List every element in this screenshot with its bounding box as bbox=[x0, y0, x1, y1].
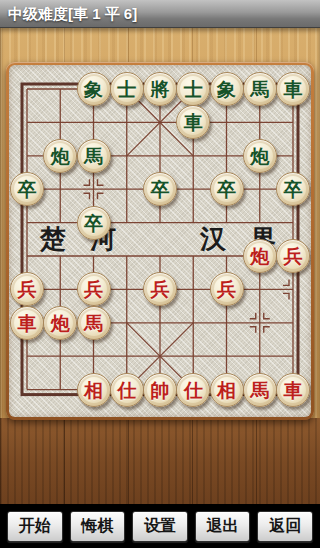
piece-glyph: 卒 bbox=[11, 173, 43, 205]
piece-black-elephant[interactable]: 象 bbox=[210, 72, 244, 106]
piece-black-horse[interactable]: 馬 bbox=[77, 139, 111, 173]
piece-glyph: 炮 bbox=[44, 307, 76, 339]
piece-black-advisor[interactable]: 士 bbox=[110, 72, 144, 106]
difficulty-and-last-move-text: 中级难度[車 1 平 6] bbox=[8, 5, 137, 22]
piece-glyph: 馬 bbox=[78, 140, 110, 172]
piece-glyph: 炮 bbox=[44, 140, 76, 172]
piece-glyph: 兵 bbox=[144, 273, 176, 305]
xiangqi-board: 楚 河 汉 界 象士將士象馬車車炮馬炮卒卒卒卒卒炮兵兵兵兵兵車炮馬相仕帥仕相馬車 bbox=[6, 62, 314, 420]
wood-lower-band bbox=[0, 418, 320, 504]
piece-black-pawn[interactable]: 卒 bbox=[143, 172, 177, 206]
piece-glyph: 卒 bbox=[144, 173, 176, 205]
piece-black-horse[interactable]: 馬 bbox=[243, 72, 277, 106]
app-screen: 中级难度[車 1 平 6] 楚 河 汉 界 象士將士象馬車車炮馬炮卒卒卒卒卒炮兵… bbox=[0, 0, 320, 548]
piece-red-chariot[interactable]: 車 bbox=[276, 373, 310, 407]
undo-button[interactable]: 悔棋 bbox=[70, 511, 126, 542]
piece-black-chariot[interactable]: 車 bbox=[176, 105, 210, 139]
start-button[interactable]: 开始 bbox=[7, 511, 63, 542]
piece-black-cannon[interactable]: 炮 bbox=[43, 139, 77, 173]
piece-glyph: 卒 bbox=[78, 207, 110, 239]
piece-glyph: 兵 bbox=[277, 240, 309, 272]
piece-glyph: 士 bbox=[111, 73, 143, 105]
piece-red-pawn[interactable]: 兵 bbox=[276, 239, 310, 273]
piece-red-elephant[interactable]: 相 bbox=[210, 373, 244, 407]
piece-glyph: 將 bbox=[144, 73, 176, 105]
button-bar: 开始 悔棋 设置 退出 返回 bbox=[0, 504, 320, 548]
piece-glyph: 象 bbox=[78, 73, 110, 105]
piece-glyph: 馬 bbox=[244, 73, 276, 105]
piece-glyph: 卒 bbox=[211, 173, 243, 205]
piece-red-pawn[interactable]: 兵 bbox=[77, 272, 111, 306]
piece-glyph: 相 bbox=[211, 374, 243, 406]
piece-black-chariot[interactable]: 車 bbox=[276, 72, 310, 106]
river-label-han: 汉 bbox=[197, 224, 229, 254]
board-paper: 楚 河 汉 界 象士將士象馬車車炮馬炮卒卒卒卒卒炮兵兵兵兵兵車炮馬相仕帥仕相馬車 bbox=[9, 65, 311, 417]
piece-glyph: 馬 bbox=[244, 374, 276, 406]
piece-black-elephant[interactable]: 象 bbox=[77, 72, 111, 106]
piece-black-pawn[interactable]: 卒 bbox=[77, 206, 111, 240]
piece-glyph: 兵 bbox=[78, 273, 110, 305]
piece-glyph: 炮 bbox=[244, 140, 276, 172]
piece-glyph: 車 bbox=[277, 73, 309, 105]
piece-black-pawn[interactable]: 卒 bbox=[210, 172, 244, 206]
piece-glyph: 炮 bbox=[244, 240, 276, 272]
piece-glyph: 車 bbox=[177, 106, 209, 138]
piece-red-cannon[interactable]: 炮 bbox=[43, 306, 77, 340]
piece-black-pawn[interactable]: 卒 bbox=[276, 172, 310, 206]
piece-glyph: 車 bbox=[11, 307, 43, 339]
piece-glyph: 車 bbox=[277, 374, 309, 406]
piece-red-advisor[interactable]: 仕 bbox=[110, 373, 144, 407]
piece-glyph: 仕 bbox=[177, 374, 209, 406]
piece-black-advisor[interactable]: 士 bbox=[176, 72, 210, 106]
settings-button[interactable]: 设置 bbox=[132, 511, 188, 542]
piece-glyph: 兵 bbox=[11, 273, 43, 305]
piece-red-advisor[interactable]: 仕 bbox=[176, 373, 210, 407]
piece-red-pawn[interactable]: 兵 bbox=[210, 272, 244, 306]
exit-button[interactable]: 退出 bbox=[195, 511, 251, 542]
piece-glyph: 帥 bbox=[144, 374, 176, 406]
piece-red-horse[interactable]: 馬 bbox=[77, 306, 111, 340]
piece-glyph: 士 bbox=[177, 73, 209, 105]
piece-black-cannon[interactable]: 炮 bbox=[243, 139, 277, 173]
piece-glyph: 兵 bbox=[211, 273, 243, 305]
piece-glyph: 仕 bbox=[111, 374, 143, 406]
piece-red-chariot[interactable]: 車 bbox=[10, 306, 44, 340]
titlebar: 中级难度[車 1 平 6] bbox=[0, 0, 320, 28]
piece-glyph: 馬 bbox=[78, 307, 110, 339]
piece-red-horse[interactable]: 馬 bbox=[243, 373, 277, 407]
piece-glyph: 卒 bbox=[277, 173, 309, 205]
piece-black-pawn[interactable]: 卒 bbox=[10, 172, 44, 206]
piece-red-elephant[interactable]: 相 bbox=[77, 373, 111, 407]
piece-red-general[interactable]: 帥 bbox=[143, 373, 177, 407]
piece-black-general[interactable]: 將 bbox=[143, 72, 177, 106]
river-label-chu: 楚 bbox=[37, 224, 69, 254]
piece-red-pawn[interactable]: 兵 bbox=[143, 272, 177, 306]
back-button[interactable]: 返回 bbox=[257, 511, 313, 542]
piece-red-cannon[interactable]: 炮 bbox=[243, 239, 277, 273]
piece-red-pawn[interactable]: 兵 bbox=[10, 272, 44, 306]
piece-glyph: 象 bbox=[211, 73, 243, 105]
piece-glyph: 相 bbox=[78, 374, 110, 406]
